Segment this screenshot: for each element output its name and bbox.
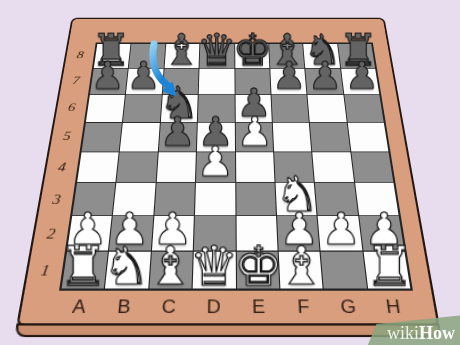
- square-h7: ♟: [341, 69, 379, 94]
- file-label-f: F: [280, 291, 327, 325]
- file-label-h: H: [369, 291, 419, 325]
- square-d4: ♟: [196, 152, 235, 182]
- black-pawn-piece: ♟: [334, 51, 388, 94]
- watermark-wiki-text: wiki: [387, 324, 419, 342]
- square-f1: ♝: [279, 252, 323, 289]
- square-a4: [77, 152, 119, 182]
- file-labels: ABCDEFGH: [54, 291, 418, 325]
- white-rook-piece: ♜: [356, 236, 421, 288]
- square-h5: [347, 123, 388, 152]
- file-label-b: B: [100, 291, 148, 325]
- file-label-e: E: [236, 291, 282, 325]
- chess-board-frame: ♜♝♛♚♝♞♜♟♟♟♟♟♞♟♟♟♟♟♞♟♟♟♟♟♟♜♞♝♛♚♝♜ 8765432…: [16, 18, 440, 327]
- wikihow-chess-illustration: ♜♝♛♚♝♞♜♟♟♟♟♟♞♟♟♟♟♟♞♟♟♟♟♟♟♜♞♝♛♚♝♜ 8765432…: [0, 0, 460, 345]
- board-scene: ♜♝♛♚♝♞♜♟♟♟♟♟♞♟♟♟♟♟♞♟♟♟♟♟♟♜♞♝♛♚♝♜ 8765432…: [46, 0, 410, 331]
- rank-label-4: 4: [44, 152, 80, 184]
- square-h4: [351, 152, 393, 182]
- rank-label-6: 6: [55, 94, 88, 122]
- white-bishop-piece: ♝: [269, 236, 334, 288]
- square-h1: ♜: [363, 252, 410, 289]
- chess-board: ♜♝♛♚♝♞♜♟♟♟♟♟♞♟♟♟♟♟♞♟♟♟♟♟♟♜♞♝♛♚♝♜: [59, 43, 413, 291]
- file-label-d: D: [191, 291, 237, 325]
- square-b4: [117, 152, 158, 182]
- file-label-c: C: [145, 291, 192, 325]
- square-g6: [308, 95, 347, 122]
- square-g5: [310, 123, 350, 152]
- square-a5: [82, 123, 123, 152]
- square-h6: [344, 95, 384, 122]
- watermark-how-text: How: [419, 324, 455, 342]
- square-a6: [86, 95, 125, 122]
- file-label-g: G: [324, 291, 372, 325]
- file-label-a: A: [54, 291, 103, 325]
- white-pawn-piece: ♟: [186, 135, 245, 183]
- rank-label-5: 5: [50, 122, 84, 152]
